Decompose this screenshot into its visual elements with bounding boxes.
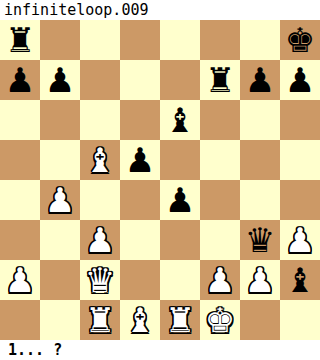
square-e5[interactable] xyxy=(160,140,200,180)
square-e7[interactable] xyxy=(160,60,200,100)
square-b3[interactable] xyxy=(40,220,80,260)
square-d2[interactable] xyxy=(120,260,160,300)
square-g1[interactable] xyxy=(240,300,280,340)
square-a5[interactable] xyxy=(0,140,40,180)
black-rook-icon[interactable]: ♜ xyxy=(5,20,35,60)
title-bar: infiniteloop.009 xyxy=(0,0,320,20)
square-a2[interactable]: ♟ xyxy=(0,260,40,300)
square-f5[interactable] xyxy=(200,140,240,180)
square-g5[interactable] xyxy=(240,140,280,180)
square-h3[interactable]: ♟ xyxy=(280,220,320,260)
square-d5[interactable]: ♟ xyxy=(120,140,160,180)
square-d8[interactable] xyxy=(120,20,160,60)
square-g3[interactable]: ♛ xyxy=(240,220,280,260)
square-g2[interactable]: ♟ xyxy=(240,260,280,300)
square-g6[interactable] xyxy=(240,100,280,140)
black-pawn-icon[interactable]: ♟ xyxy=(285,60,315,100)
white-king-icon[interactable]: ♚ xyxy=(205,300,235,340)
square-h6[interactable] xyxy=(280,100,320,140)
white-queen-icon[interactable]: ♛ xyxy=(85,260,115,300)
white-bishop-icon[interactable]: ♝ xyxy=(125,300,155,340)
chess-board: ♜♚♟♟♜♟♟♝♝♟♟♟♟♛♟♟♛♟♟♝♜♝♜♚ xyxy=(0,20,320,340)
square-h7[interactable]: ♟ xyxy=(280,60,320,100)
square-c8[interactable] xyxy=(80,20,120,60)
square-c6[interactable] xyxy=(80,100,120,140)
square-d1[interactable]: ♝ xyxy=(120,300,160,340)
square-c5[interactable]: ♝ xyxy=(80,140,120,180)
square-c7[interactable] xyxy=(80,60,120,100)
square-b8[interactable] xyxy=(40,20,80,60)
square-f8[interactable] xyxy=(200,20,240,60)
square-b6[interactable] xyxy=(40,100,80,140)
square-a4[interactable] xyxy=(0,180,40,220)
square-e8[interactable] xyxy=(160,20,200,60)
black-queen-icon[interactable]: ♛ xyxy=(245,220,275,260)
white-rook-icon[interactable]: ♜ xyxy=(85,300,115,340)
square-f3[interactable] xyxy=(200,220,240,260)
square-f4[interactable] xyxy=(200,180,240,220)
square-f1[interactable]: ♚ xyxy=(200,300,240,340)
square-g7[interactable]: ♟ xyxy=(240,60,280,100)
square-e3[interactable] xyxy=(160,220,200,260)
black-king-icon[interactable]: ♚ xyxy=(285,20,315,60)
white-pawn-icon[interactable]: ♟ xyxy=(245,260,275,300)
square-h5[interactable] xyxy=(280,140,320,180)
white-bishop-icon[interactable]: ♝ xyxy=(85,140,115,180)
white-pawn-icon[interactable]: ♟ xyxy=(285,220,315,260)
black-pawn-icon[interactable]: ♟ xyxy=(165,180,195,220)
square-c2[interactable]: ♛ xyxy=(80,260,120,300)
square-c4[interactable] xyxy=(80,180,120,220)
square-e6[interactable]: ♝ xyxy=(160,100,200,140)
white-pawn-icon[interactable]: ♟ xyxy=(205,260,235,300)
white-pawn-icon[interactable]: ♟ xyxy=(45,180,75,220)
square-b5[interactable] xyxy=(40,140,80,180)
square-b2[interactable] xyxy=(40,260,80,300)
square-f6[interactable] xyxy=(200,100,240,140)
white-pawn-icon[interactable]: ♟ xyxy=(85,220,115,260)
square-a1[interactable] xyxy=(0,300,40,340)
square-h4[interactable] xyxy=(280,180,320,220)
square-b7[interactable]: ♟ xyxy=(40,60,80,100)
square-h2[interactable]: ♝ xyxy=(280,260,320,300)
black-bishop-icon[interactable]: ♝ xyxy=(285,260,315,300)
square-c1[interactable]: ♜ xyxy=(80,300,120,340)
square-h8[interactable]: ♚ xyxy=(280,20,320,60)
square-e4[interactable]: ♟ xyxy=(160,180,200,220)
square-b1[interactable] xyxy=(40,300,80,340)
square-d7[interactable] xyxy=(120,60,160,100)
square-c3[interactable]: ♟ xyxy=(80,220,120,260)
square-a7[interactable]: ♟ xyxy=(0,60,40,100)
square-f7[interactable]: ♜ xyxy=(200,60,240,100)
square-b4[interactable]: ♟ xyxy=(40,180,80,220)
square-a3[interactable] xyxy=(0,220,40,260)
square-d4[interactable] xyxy=(120,180,160,220)
white-rook-icon[interactable]: ♜ xyxy=(165,300,195,340)
black-bishop-icon[interactable]: ♝ xyxy=(165,100,195,140)
square-h1[interactable] xyxy=(280,300,320,340)
black-pawn-icon[interactable]: ♟ xyxy=(45,60,75,100)
black-rook-icon[interactable]: ♜ xyxy=(205,60,235,100)
square-e2[interactable] xyxy=(160,260,200,300)
square-f2[interactable]: ♟ xyxy=(200,260,240,300)
square-a6[interactable] xyxy=(0,100,40,140)
move-prompt: 1... ? xyxy=(8,341,62,359)
square-d3[interactable] xyxy=(120,220,160,260)
square-d6[interactable] xyxy=(120,100,160,140)
black-pawn-icon[interactable]: ♟ xyxy=(5,60,35,100)
white-pawn-icon[interactable]: ♟ xyxy=(5,260,35,300)
square-e1[interactable]: ♜ xyxy=(160,300,200,340)
black-pawn-icon[interactable]: ♟ xyxy=(245,60,275,100)
square-g8[interactable] xyxy=(240,20,280,60)
black-pawn-icon[interactable]: ♟ xyxy=(125,140,155,180)
square-a8[interactable]: ♜ xyxy=(0,20,40,60)
square-g4[interactable] xyxy=(240,180,280,220)
caption-bar: 1... ? xyxy=(0,340,320,360)
puzzle-title: infiniteloop.009 xyxy=(4,1,149,19)
